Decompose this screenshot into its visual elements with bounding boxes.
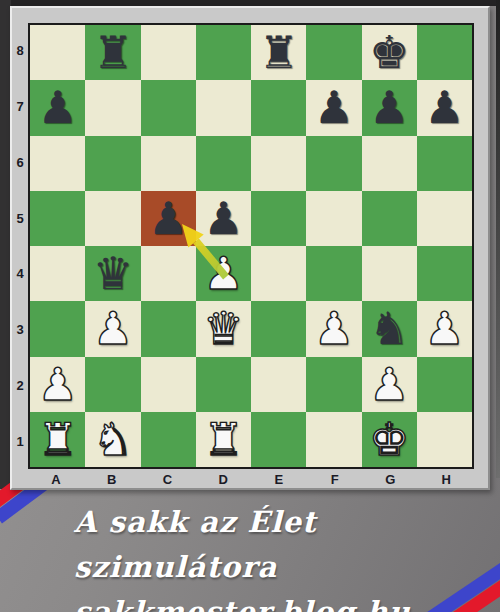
file-label-G: G: [363, 469, 419, 490]
square-a5[interactable]: [30, 191, 85, 246]
file-label-F: F: [307, 469, 363, 490]
square-f3[interactable]: ♟: [306, 301, 361, 356]
square-c7[interactable]: [141, 80, 196, 135]
rank-label-7: 7: [12, 79, 28, 135]
square-h8[interactable]: [417, 25, 472, 80]
file-label-A: A: [28, 469, 84, 490]
square-e1[interactable]: [251, 412, 306, 467]
square-f2[interactable]: [306, 357, 361, 412]
square-e3[interactable]: [251, 301, 306, 356]
rank-label-4: 4: [12, 246, 28, 302]
square-e4[interactable]: [251, 246, 306, 301]
square-b5[interactable]: [85, 191, 140, 246]
square-b7[interactable]: [85, 80, 140, 135]
square-b4[interactable]: ♛: [85, 246, 140, 301]
square-e7[interactable]: [251, 80, 306, 135]
white-queen: ♛: [203, 306, 243, 351]
white-pawn: ♟: [203, 251, 243, 296]
file-labels: ABCDEFGH: [28, 469, 474, 490]
square-c1[interactable]: [141, 412, 196, 467]
white-rook: ♜: [37, 417, 77, 462]
square-b3[interactable]: ♟: [85, 301, 140, 356]
rank-label-3: 3: [12, 302, 28, 358]
file-label-C: C: [140, 469, 196, 490]
square-b6[interactable]: [85, 136, 140, 191]
white-knight: ♞: [93, 417, 133, 462]
square-h1[interactable]: [417, 412, 472, 467]
square-c4[interactable]: [141, 246, 196, 301]
square-d3[interactable]: ♛: [196, 301, 251, 356]
white-pawn: ♟: [424, 306, 464, 351]
square-f5[interactable]: [306, 191, 361, 246]
board-frame: 87654321 ♜♜♚♟♟♟♟♟♟♛♟♟♛♟♞♟♟♟♜♞♜♚ ABCDEFGH: [10, 6, 490, 490]
square-f8[interactable]: [306, 25, 361, 80]
square-f4[interactable]: [306, 246, 361, 301]
rank-label-1: 1: [12, 413, 28, 469]
square-b8[interactable]: ♜: [85, 25, 140, 80]
black-rook: ♜: [258, 30, 298, 75]
square-d6[interactable]: [196, 136, 251, 191]
black-king: ♚: [369, 30, 409, 75]
square-h3[interactable]: ♟: [417, 301, 472, 356]
square-g3[interactable]: ♞: [362, 301, 417, 356]
rank-label-5: 5: [12, 190, 28, 246]
square-f6[interactable]: [306, 136, 361, 191]
white-pawn: ♟: [369, 362, 409, 407]
black-pawn: ♟: [148, 196, 188, 241]
square-g7[interactable]: ♟: [362, 80, 417, 135]
square-h2[interactable]: [417, 357, 472, 412]
square-h6[interactable]: [417, 136, 472, 191]
square-e8[interactable]: ♜: [251, 25, 306, 80]
white-rook: ♜: [203, 417, 243, 462]
square-b1[interactable]: ♞: [85, 412, 140, 467]
black-rook: ♜: [93, 30, 133, 75]
square-c2[interactable]: [141, 357, 196, 412]
board-squares: ♜♜♚♟♟♟♟♟♟♛♟♟♛♟♞♟♟♟♜♞♜♚: [28, 23, 474, 469]
square-d7[interactable]: [196, 80, 251, 135]
square-a1[interactable]: ♜: [30, 412, 85, 467]
square-e6[interactable]: [251, 136, 306, 191]
square-g5[interactable]: [362, 191, 417, 246]
black-pawn: ♟: [424, 85, 464, 130]
square-b2[interactable]: [85, 357, 140, 412]
square-g2[interactable]: ♟: [362, 357, 417, 412]
square-c5[interactable]: ♟: [141, 191, 196, 246]
white-pawn: ♟: [93, 306, 133, 351]
caption-line2[interactable]: sakkmester.blog.hu: [74, 590, 500, 612]
square-a6[interactable]: [30, 136, 85, 191]
square-f7[interactable]: ♟: [306, 80, 361, 135]
square-g1[interactable]: ♚: [362, 412, 417, 467]
square-h7[interactable]: ♟: [417, 80, 472, 135]
square-d5[interactable]: ♟: [196, 191, 251, 246]
rank-label-2: 2: [12, 358, 28, 414]
rank-labels: 87654321: [12, 23, 28, 469]
square-g4[interactable]: [362, 246, 417, 301]
square-d8[interactable]: [196, 25, 251, 80]
caption-line1: A sakk az Élet szimulátora: [74, 500, 500, 590]
square-c8[interactable]: [141, 25, 196, 80]
file-label-D: D: [195, 469, 251, 490]
square-c3[interactable]: [141, 301, 196, 356]
square-g6[interactable]: [362, 136, 417, 191]
square-e2[interactable]: [251, 357, 306, 412]
square-a7[interactable]: ♟: [30, 80, 85, 135]
white-king: ♚: [369, 417, 409, 462]
white-pawn: ♟: [37, 362, 77, 407]
file-label-B: B: [84, 469, 140, 490]
caption: A sakk az Élet szimulátora sakkmester.bl…: [74, 500, 500, 612]
black-pawn: ♟: [369, 85, 409, 130]
square-d2[interactable]: [196, 357, 251, 412]
square-d1[interactable]: ♜: [196, 412, 251, 467]
white-pawn: ♟: [314, 306, 354, 351]
square-a8[interactable]: [30, 25, 85, 80]
square-h4[interactable]: [417, 246, 472, 301]
square-a4[interactable]: [30, 246, 85, 301]
black-knight: ♞: [369, 306, 409, 351]
square-a2[interactable]: ♟: [30, 357, 85, 412]
file-label-E: E: [251, 469, 307, 490]
square-f1[interactable]: [306, 412, 361, 467]
square-g8[interactable]: ♚: [362, 25, 417, 80]
square-e5[interactable]: [251, 191, 306, 246]
black-queen: ♛: [93, 251, 133, 296]
rank-label-6: 6: [12, 135, 28, 191]
black-pawn: ♟: [314, 85, 354, 130]
black-pawn: ♟: [203, 196, 243, 241]
square-d4[interactable]: ♟: [196, 246, 251, 301]
rank-label-8: 8: [12, 23, 28, 79]
black-pawn: ♟: [37, 85, 77, 130]
square-c6[interactable]: [141, 136, 196, 191]
square-a3[interactable]: [30, 301, 85, 356]
file-label-H: H: [418, 469, 474, 490]
blog-graphic: 87654321 ♜♜♚♟♟♟♟♟♟♛♟♟♛♟♞♟♟♟♜♞♜♚ ABCDEFGH…: [0, 0, 500, 612]
square-h5[interactable]: [417, 191, 472, 246]
